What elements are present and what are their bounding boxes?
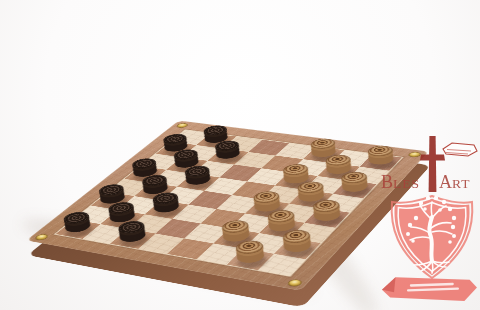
blestart-watermark: BLES ART bbox=[380, 130, 480, 310]
piece-light-h2 bbox=[279, 240, 315, 257]
piece-light-g1 bbox=[232, 251, 269, 268]
shield bbox=[392, 196, 473, 278]
piece-light-h6 bbox=[338, 182, 372, 196]
svg-text:ART: ART bbox=[439, 172, 470, 192]
board-3d bbox=[26, 121, 429, 291]
piece-dark-a1 bbox=[61, 222, 96, 237]
piece-dark-c1 bbox=[115, 231, 151, 247]
piece-light-h4 bbox=[310, 210, 345, 225]
scroll-icon bbox=[443, 143, 477, 156]
brand-text: BLES ART bbox=[381, 172, 470, 192]
ribbon bbox=[382, 274, 478, 303]
svg-text:BLES: BLES bbox=[381, 172, 420, 192]
piece-dark-c3 bbox=[150, 202, 184, 216]
